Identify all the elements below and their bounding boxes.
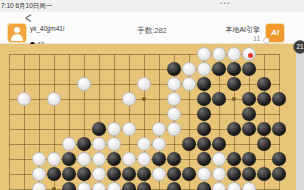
black-stone — [77, 167, 91, 181]
grid-line — [24, 54, 25, 190]
white-stone — [167, 92, 181, 106]
white-stone — [17, 92, 31, 106]
black-stone — [137, 167, 151, 181]
white-stone — [32, 182, 46, 190]
white-stone — [92, 137, 106, 151]
white-stone — [92, 167, 106, 181]
white-stone — [152, 122, 166, 136]
black-stone — [227, 167, 241, 181]
back-button[interactable]: < — [25, 11, 31, 26]
black-stone — [137, 182, 151, 190]
black-stone — [212, 92, 226, 106]
white-stone — [212, 152, 226, 166]
star-point — [52, 187, 56, 190]
white-stone — [107, 137, 121, 151]
black-stone — [257, 167, 271, 181]
black-stone — [182, 167, 196, 181]
star-point — [142, 97, 146, 101]
black-stone — [212, 62, 226, 76]
white-stone — [227, 182, 241, 190]
white-stone — [32, 152, 46, 166]
white-stone — [62, 137, 76, 151]
grid-line — [9, 54, 10, 190]
white-stone — [197, 167, 211, 181]
black-stone — [257, 92, 271, 106]
black-stone — [92, 122, 106, 136]
white-stone — [122, 152, 136, 166]
black-stone — [167, 152, 181, 166]
white-stone — [137, 152, 151, 166]
black-stone — [122, 182, 136, 190]
white-stone — [212, 182, 226, 190]
black-stone — [272, 167, 286, 181]
white-stone — [107, 122, 121, 136]
floating-count-badge[interactable]: 21 — [293, 40, 304, 54]
black-stone — [167, 167, 181, 181]
black-stone — [107, 167, 121, 181]
black-stone — [197, 107, 211, 121]
black-stone — [152, 152, 166, 166]
white-stone — [47, 92, 61, 106]
white-stone — [92, 152, 106, 166]
black-stone — [62, 167, 76, 181]
black-stone — [212, 137, 226, 151]
black-stone — [257, 137, 271, 151]
white-stone — [77, 152, 91, 166]
white-stone — [77, 77, 91, 91]
white-stone — [122, 92, 136, 106]
black-stone — [197, 137, 211, 151]
black-stone — [272, 152, 286, 166]
black-stone — [242, 167, 256, 181]
white-stone — [77, 182, 91, 190]
white-stone — [212, 47, 226, 61]
white-stone — [167, 122, 181, 136]
app-screen: 7:10 6月10日周一 ••• < yk_40jjm41i 42 手数:282… — [0, 0, 304, 190]
black-stone — [242, 62, 256, 76]
black-stone — [242, 92, 256, 106]
black-stone — [257, 77, 271, 91]
white-stone — [92, 182, 106, 190]
grid-line — [9, 114, 280, 115]
black-stone — [47, 167, 61, 181]
white-stone — [197, 62, 211, 76]
status-menu-dots-icon: ••• — [220, 0, 231, 6]
black-stone — [227, 62, 241, 76]
white-stone — [212, 167, 226, 181]
black-stone — [167, 182, 181, 190]
black-stone — [62, 182, 76, 190]
white-stone-indicator-icon — [264, 38, 269, 43]
white-stone — [182, 62, 196, 76]
white-stone — [107, 182, 121, 190]
white-stone — [227, 47, 241, 61]
ai-logo-icon: AI — [266, 28, 284, 37]
white-stone — [167, 77, 181, 91]
black-stone — [272, 92, 286, 106]
black-stone — [167, 62, 181, 76]
black-stone — [197, 182, 211, 190]
white-player-rating: 11 — [253, 35, 260, 42]
star-point — [232, 97, 236, 101]
black-stone — [227, 152, 241, 166]
black-stone — [62, 152, 76, 166]
black-stone — [257, 122, 271, 136]
go-board[interactable] — [0, 44, 296, 190]
white-stone — [242, 47, 256, 61]
white-stone — [122, 122, 136, 136]
black-stone — [122, 167, 136, 181]
black-stone — [242, 107, 256, 121]
black-stone — [107, 152, 121, 166]
white-player-name: 本地AI引擎 — [225, 25, 260, 35]
black-stone — [77, 137, 91, 151]
white-stone — [152, 167, 166, 181]
status-bar: 7:10 6月10日周一 ••• — [0, 0, 304, 12]
white-stone — [182, 77, 196, 91]
white-stone — [152, 137, 166, 151]
last-move-marker — [248, 53, 253, 58]
white-stone — [32, 167, 46, 181]
white-stone — [137, 77, 151, 91]
white-stone — [242, 182, 256, 190]
black-stone — [227, 77, 241, 91]
black-stone — [272, 122, 286, 136]
white-stone — [137, 137, 151, 151]
black-stone — [197, 122, 211, 136]
black-stone — [242, 122, 256, 136]
white-player-avatar[interactable]: AI — [266, 24, 284, 42]
black-stone — [197, 92, 211, 106]
game-header-bar: < yk_40jjm41i 42 手数:282 本地AI引擎 11 AI — [0, 12, 304, 44]
black-stone — [182, 137, 196, 151]
black-stone — [197, 152, 211, 166]
white-stone — [167, 107, 181, 121]
black-stone — [242, 152, 256, 166]
white-stone — [197, 47, 211, 61]
black-stone — [197, 77, 211, 91]
white-stone — [47, 152, 61, 166]
black-stone — [227, 122, 241, 136]
